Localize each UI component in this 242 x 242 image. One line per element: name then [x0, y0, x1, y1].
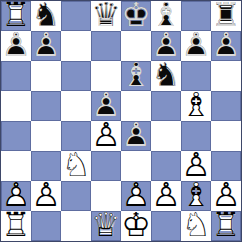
square-f4[interactable] [151, 121, 181, 151]
square-g1[interactable]: ♞♘ [181, 211, 211, 241]
square-e1[interactable]: ♚♔ [121, 211, 151, 241]
square-e8[interactable]: ♚♔ [121, 1, 151, 31]
square-c1[interactable] [61, 211, 91, 241]
square-g5[interactable]: ♝♗ [181, 91, 211, 121]
bishop-glyph-outline: ♗ [181, 88, 211, 121]
square-c6[interactable] [61, 61, 91, 91]
square-a1[interactable]: ♜♖ [1, 211, 31, 241]
black-pawn-piece[interactable]: ♟♙ [1, 31, 31, 61]
square-h7[interactable]: ♟♙ [211, 31, 241, 61]
pawn-glyph-outline: ♙ [1, 28, 31, 61]
square-b1[interactable] [31, 211, 61, 241]
square-h5[interactable] [211, 91, 241, 121]
knight-glyph-outline: ♘ [151, 58, 181, 91]
square-f1[interactable] [151, 211, 181, 241]
black-knight-piece[interactable]: ♞♘ [151, 61, 181, 91]
square-a4[interactable] [1, 121, 31, 151]
square-d7[interactable] [91, 31, 121, 61]
queen-glyph-outline: ♕ [91, 0, 121, 31]
square-b4[interactable] [31, 121, 61, 151]
pawn-glyph-outline: ♙ [211, 28, 241, 61]
black-pawn-piece[interactable]: ♟♙ [211, 31, 241, 61]
white-king-piece[interactable]: ♚♔ [121, 211, 151, 241]
pawn-glyph-outline: ♙ [151, 178, 181, 211]
king-glyph-outline: ♔ [121, 0, 151, 31]
square-e6[interactable]: ♝♗ [121, 61, 151, 91]
white-rook-piece[interactable]: ♜♖ [211, 211, 241, 241]
square-f2[interactable]: ♟♙ [151, 181, 181, 211]
square-f5[interactable] [151, 91, 181, 121]
black-pawn-piece[interactable]: ♟♙ [181, 31, 211, 61]
white-pawn-piece[interactable]: ♟♙ [31, 181, 61, 211]
pawn-glyph-outline: ♙ [31, 28, 61, 61]
square-e4[interactable]: ♟♙ [121, 121, 151, 151]
rook-glyph-outline: ♖ [1, 208, 31, 241]
king-glyph-outline: ♔ [121, 208, 151, 241]
black-queen-piece[interactable]: ♛♕ [91, 1, 121, 31]
square-d1[interactable]: ♛♕ [91, 211, 121, 241]
white-knight-piece[interactable]: ♞♘ [181, 211, 211, 241]
square-a5[interactable] [1, 91, 31, 121]
rook-glyph-outline: ♖ [211, 208, 241, 241]
square-f6[interactable]: ♞♘ [151, 61, 181, 91]
square-h6[interactable] [211, 61, 241, 91]
square-c2[interactable] [61, 181, 91, 211]
square-h1[interactable]: ♜♖ [211, 211, 241, 241]
black-pawn-piece[interactable]: ♟♙ [121, 121, 151, 151]
square-d3[interactable] [91, 151, 121, 181]
white-knight-piece[interactable]: ♞♘ [61, 151, 91, 181]
bishop-glyph-outline: ♗ [121, 58, 151, 91]
white-bishop-piece[interactable]: ♝♗ [181, 91, 211, 121]
square-c8[interactable] [61, 1, 91, 31]
knight-glyph-outline: ♘ [61, 148, 91, 181]
square-c5[interactable] [61, 91, 91, 121]
square-b6[interactable] [31, 61, 61, 91]
square-c3[interactable]: ♞♘ [61, 151, 91, 181]
square-d8[interactable]: ♛♕ [91, 1, 121, 31]
white-rook-piece[interactable]: ♜♖ [1, 211, 31, 241]
white-pawn-piece[interactable]: ♟♙ [151, 181, 181, 211]
square-b2[interactable]: ♟♙ [31, 181, 61, 211]
knight-glyph-outline: ♘ [181, 208, 211, 241]
black-pawn-piece[interactable]: ♟♙ [31, 31, 61, 61]
pawn-glyph-outline: ♙ [181, 28, 211, 61]
square-c7[interactable] [61, 31, 91, 61]
white-pawn-piece[interactable]: ♟♙ [91, 121, 121, 151]
square-h4[interactable] [211, 121, 241, 151]
black-king-piece[interactable]: ♚♔ [121, 1, 151, 31]
square-a7[interactable]: ♟♙ [1, 31, 31, 61]
pawn-glyph-outline: ♙ [91, 118, 121, 151]
chess-board: ♜♖♞♘♛♕♚♔♝♗♜♖♟♙♟♙♟♙♟♙♟♙♝♗♞♘♟♙♝♗♟♙♟♙♞♘♟♙♟♙… [0, 0, 242, 242]
pawn-glyph-outline: ♙ [31, 178, 61, 211]
square-g7[interactable]: ♟♙ [181, 31, 211, 61]
square-a6[interactable] [1, 61, 31, 91]
white-queen-piece[interactable]: ♛♕ [91, 211, 121, 241]
square-b5[interactable] [31, 91, 61, 121]
black-bishop-piece[interactable]: ♝♗ [121, 61, 151, 91]
pawn-glyph-outline: ♙ [121, 118, 151, 151]
square-b7[interactable]: ♟♙ [31, 31, 61, 61]
square-d4[interactable]: ♟♙ [91, 121, 121, 151]
queen-glyph-outline: ♕ [91, 208, 121, 241]
